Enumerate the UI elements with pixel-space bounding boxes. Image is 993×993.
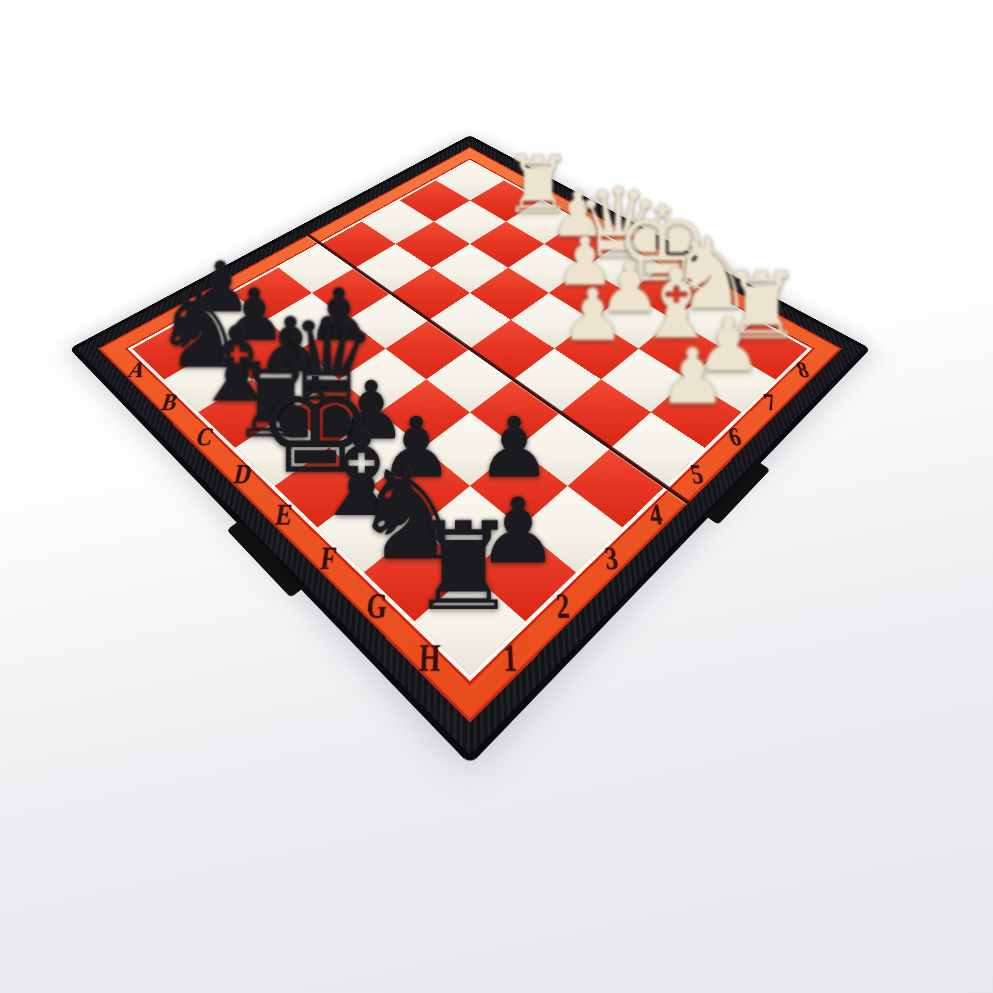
coordinate-border: ♜♟♛♚♞♜♟♟♝♟♟♟♟♟♟♟♟♛♟♟♟♞♝♜♚♝♞♜ ABCDEFGH123… [98, 147, 842, 722]
photo-scene: ♜♟♛♚♞♜♟♟♝♟♟♟♟♟♟♟♟♛♟♟♟♞♝♜♚♝♞♜ ABCDEFGH123… [0, 0, 993, 993]
rank-label-7: 7 [760, 389, 780, 417]
file-label-d: D [231, 459, 255, 491]
board-squares: ♜♟♛♚♞♜♟♟♝♟♟♟♟♟♟♟♟♛♟♟♟♞♝♜♚♝♞♜ [132, 162, 807, 675]
chessboard-frame: ♜♟♛♚♞♜♟♟♝♟♟♟♟♟♟♟♟♛♟♟♟♞♝♜♚♝♞♜ ABCDEFGH123… [69, 135, 870, 765]
file-label-e: E [273, 498, 295, 533]
rank-label-4: 4 [647, 498, 665, 533]
file-label-c: C [193, 423, 217, 453]
file-label-h: H [418, 637, 441, 682]
rank-label-6: 6 [725, 423, 744, 453]
file-label-a: A [125, 357, 149, 383]
file-label-b: B [158, 389, 181, 417]
file-label-f: F [318, 540, 338, 578]
rank-label-3: 3 [603, 540, 620, 578]
rank-label-8: 8 [793, 357, 813, 383]
rank-label-1: 1 [503, 637, 518, 682]
rank-label-2: 2 [555, 586, 571, 627]
rank-label-5: 5 [688, 459, 707, 491]
file-label-g: G [365, 586, 389, 627]
